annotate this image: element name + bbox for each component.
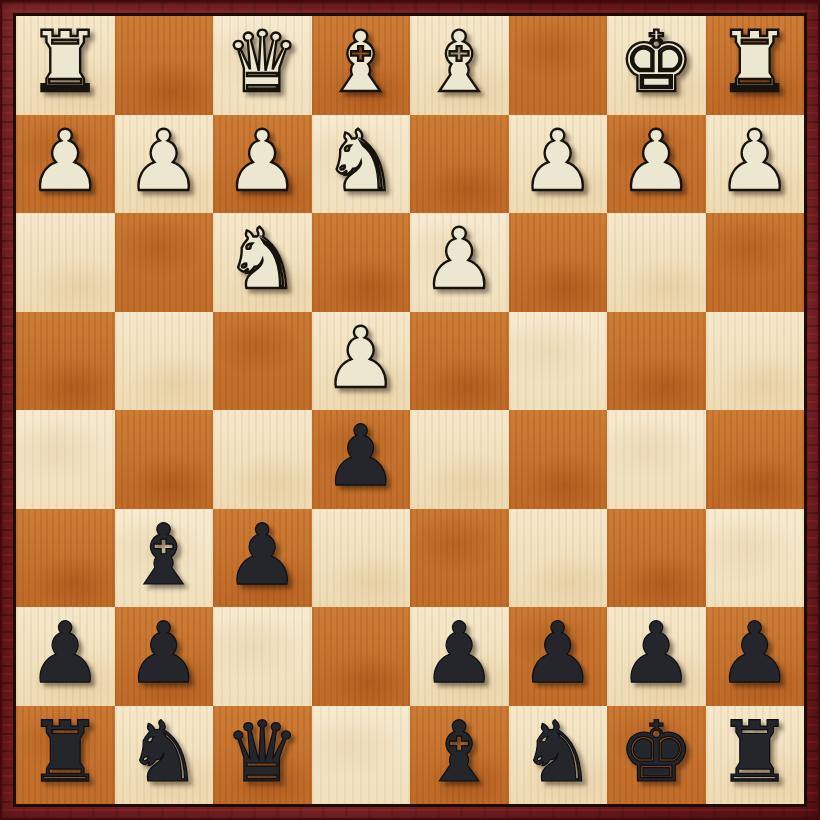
square-a6[interactable] bbox=[706, 509, 805, 608]
square-d4[interactable] bbox=[410, 312, 509, 411]
square-h7[interactable]: ♟ bbox=[16, 607, 115, 706]
square-f5[interactable] bbox=[213, 410, 312, 509]
square-f2[interactable]: ♟ bbox=[213, 115, 312, 214]
black-pawn: ♟ bbox=[706, 604, 805, 703]
square-d3[interactable]: ♟ bbox=[410, 213, 509, 312]
square-d5[interactable] bbox=[410, 410, 509, 509]
square-c2[interactable]: ♟ bbox=[509, 115, 608, 214]
black-king: ♚ bbox=[607, 703, 706, 802]
square-e3[interactable] bbox=[312, 213, 411, 312]
square-h8[interactable]: ♜ bbox=[16, 706, 115, 805]
white-pawn: ♟ bbox=[706, 112, 805, 211]
white-pawn: ♟ bbox=[410, 210, 509, 309]
white-pawn: ♟ bbox=[509, 112, 608, 211]
black-pawn: ♟ bbox=[607, 604, 706, 703]
square-g4[interactable] bbox=[115, 312, 214, 411]
square-c7[interactable]: ♟ bbox=[509, 607, 608, 706]
white-rook: ♜ bbox=[16, 13, 115, 112]
square-c3[interactable] bbox=[509, 213, 608, 312]
square-g2[interactable]: ♟ bbox=[115, 115, 214, 214]
square-f7[interactable] bbox=[213, 607, 312, 706]
black-pawn: ♟ bbox=[509, 604, 608, 703]
square-d2[interactable] bbox=[410, 115, 509, 214]
black-pawn: ♟ bbox=[115, 604, 214, 703]
black-pawn: ♟ bbox=[312, 407, 411, 506]
square-e8[interactable] bbox=[312, 706, 411, 805]
black-rook: ♜ bbox=[16, 703, 115, 802]
square-b1[interactable]: ♚ bbox=[607, 16, 706, 115]
square-g7[interactable]: ♟ bbox=[115, 607, 214, 706]
square-e1[interactable]: ♝ bbox=[312, 16, 411, 115]
black-rook: ♜ bbox=[706, 703, 805, 802]
square-h6[interactable] bbox=[16, 509, 115, 608]
square-d6[interactable] bbox=[410, 509, 509, 608]
square-b8[interactable]: ♚ bbox=[607, 706, 706, 805]
square-f3[interactable]: ♞ bbox=[213, 213, 312, 312]
white-queen: ♛ bbox=[213, 13, 312, 112]
square-d1[interactable]: ♝ bbox=[410, 16, 509, 115]
black-knight: ♞ bbox=[509, 703, 608, 802]
square-b3[interactable] bbox=[607, 213, 706, 312]
white-pawn: ♟ bbox=[312, 309, 411, 408]
square-g6[interactable]: ♝ bbox=[115, 509, 214, 608]
square-h4[interactable] bbox=[16, 312, 115, 411]
square-b6[interactable] bbox=[607, 509, 706, 608]
square-a5[interactable] bbox=[706, 410, 805, 509]
white-pawn: ♟ bbox=[115, 112, 214, 211]
white-pawn: ♟ bbox=[607, 112, 706, 211]
square-g1[interactable] bbox=[115, 16, 214, 115]
white-pawn: ♟ bbox=[16, 112, 115, 211]
square-h5[interactable] bbox=[16, 410, 115, 509]
square-f1[interactable]: ♛ bbox=[213, 16, 312, 115]
square-h2[interactable]: ♟ bbox=[16, 115, 115, 214]
square-d8[interactable]: ♝ bbox=[410, 706, 509, 805]
square-a2[interactable]: ♟ bbox=[706, 115, 805, 214]
square-h1[interactable]: ♜ bbox=[16, 16, 115, 115]
white-rook: ♜ bbox=[706, 13, 805, 112]
square-e7[interactable] bbox=[312, 607, 411, 706]
square-e5[interactable]: ♟ bbox=[312, 410, 411, 509]
square-c1[interactable] bbox=[509, 16, 608, 115]
white-pawn: ♟ bbox=[213, 112, 312, 211]
square-g3[interactable] bbox=[115, 213, 214, 312]
square-d7[interactable]: ♟ bbox=[410, 607, 509, 706]
square-a1[interactable]: ♜ bbox=[706, 16, 805, 115]
square-g8[interactable]: ♞ bbox=[115, 706, 214, 805]
square-f6[interactable]: ♟ bbox=[213, 509, 312, 608]
square-e2[interactable]: ♞ bbox=[312, 115, 411, 214]
black-knight: ♞ bbox=[115, 703, 214, 802]
square-f8[interactable]: ♛ bbox=[213, 706, 312, 805]
square-c6[interactable] bbox=[509, 509, 608, 608]
black-pawn: ♟ bbox=[16, 604, 115, 703]
square-c4[interactable] bbox=[509, 312, 608, 411]
black-pawn: ♟ bbox=[213, 506, 312, 605]
square-e6[interactable] bbox=[312, 509, 411, 608]
white-bishop: ♝ bbox=[312, 13, 411, 112]
board-frame: ♜♛♝♝♚♜♟♟♟♞♟♟♟♞♟♟♟♝♟♟♟♟♟♟♟♜♞♛♝♞♚♜ bbox=[0, 0, 820, 820]
square-c5[interactable] bbox=[509, 410, 608, 509]
square-b7[interactable]: ♟ bbox=[607, 607, 706, 706]
white-king: ♚ bbox=[607, 13, 706, 112]
square-a4[interactable] bbox=[706, 312, 805, 411]
square-e4[interactable]: ♟ bbox=[312, 312, 411, 411]
black-bishop: ♝ bbox=[410, 703, 509, 802]
square-h3[interactable] bbox=[16, 213, 115, 312]
square-a7[interactable]: ♟ bbox=[706, 607, 805, 706]
white-knight: ♞ bbox=[213, 210, 312, 309]
white-bishop: ♝ bbox=[410, 13, 509, 112]
square-b5[interactable] bbox=[607, 410, 706, 509]
square-b2[interactable]: ♟ bbox=[607, 115, 706, 214]
square-a3[interactable] bbox=[706, 213, 805, 312]
chess-board: ♜♛♝♝♚♜♟♟♟♞♟♟♟♞♟♟♟♝♟♟♟♟♟♟♟♜♞♛♝♞♚♜ bbox=[16, 16, 804, 804]
square-c8[interactable]: ♞ bbox=[509, 706, 608, 805]
black-bishop: ♝ bbox=[115, 506, 214, 605]
square-b4[interactable] bbox=[607, 312, 706, 411]
square-a8[interactable]: ♜ bbox=[706, 706, 805, 805]
black-queen: ♛ bbox=[213, 703, 312, 802]
black-pawn: ♟ bbox=[410, 604, 509, 703]
square-g5[interactable] bbox=[115, 410, 214, 509]
square-f4[interactable] bbox=[213, 312, 312, 411]
white-knight: ♞ bbox=[312, 112, 411, 211]
